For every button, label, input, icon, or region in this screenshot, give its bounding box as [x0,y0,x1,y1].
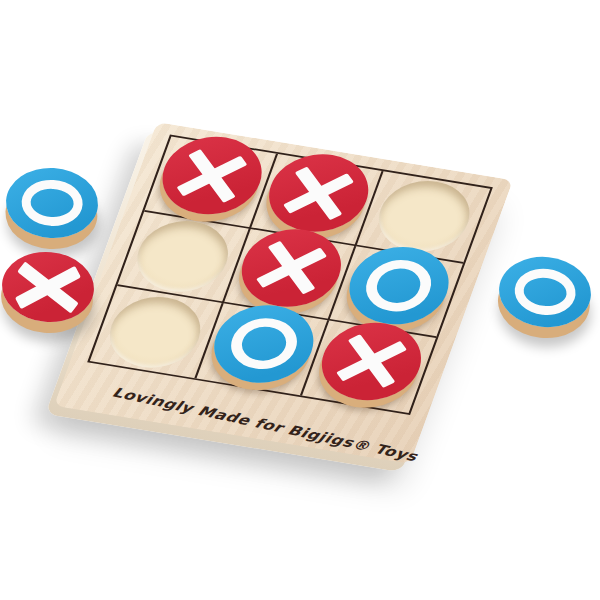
o-glyph [223,313,304,373]
board-surface: Lovingly Made for Bigjigs® Toys [54,122,513,464]
product-photo-stage: Lovingly Made for Bigjigs® Toys [0,0,600,600]
x-glyph [283,173,354,214]
o-glyph [20,178,83,227]
x-piece[interactable] [151,130,274,221]
o-piece[interactable] [4,166,100,241]
x-glyph [177,156,248,197]
off-board-piece-left-top[interactable] [4,166,100,241]
x-piece[interactable] [0,248,97,326]
x-piece[interactable] [257,148,380,239]
tictactoe-board: Lovingly Made for Bigjigs® Toys [54,122,513,464]
o-glyph [512,266,577,318]
o-piece[interactable] [496,252,595,331]
o-glyph [358,255,439,315]
off-board-piece-left-middle[interactable] [0,248,97,326]
recess-circle [368,175,480,258]
recess-circle [99,290,211,373]
x-glyph [336,341,407,382]
x-glyph [256,248,327,289]
board-grid [87,135,493,415]
recess-circle [127,215,239,298]
off-board-piece-right[interactable] [496,252,595,331]
